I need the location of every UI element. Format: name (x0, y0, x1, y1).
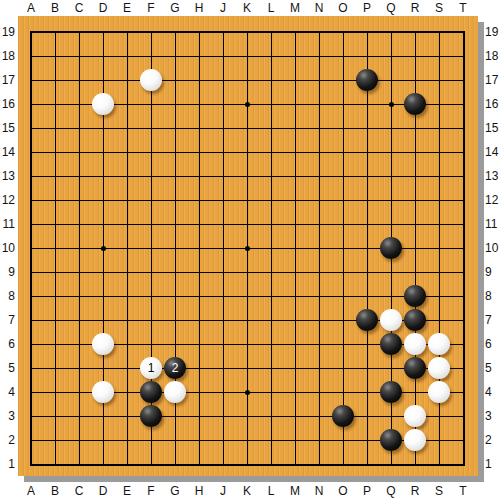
coordinate-label: 3 (0, 409, 15, 423)
black-stone[interactable] (140, 405, 162, 427)
coordinate-label: L (259, 1, 283, 15)
black-stone[interactable] (404, 357, 426, 379)
coordinate-label: A (19, 1, 43, 15)
coordinate-label: G (163, 1, 187, 15)
coordinate-label: 13 (485, 169, 500, 183)
white-stone[interactable] (404, 333, 426, 355)
coordinate-label: F (139, 484, 163, 498)
coordinate-label: 14 (0, 145, 15, 159)
white-stone[interactable] (140, 69, 162, 91)
coordinate-label: K (235, 484, 259, 498)
white-stone[interactable] (428, 381, 450, 403)
black-stone[interactable] (380, 381, 402, 403)
white-stone[interactable] (92, 333, 114, 355)
coordinate-label: 5 (0, 361, 15, 375)
coordinate-label: 14 (485, 145, 500, 159)
coordinate-label: 17 (0, 73, 15, 87)
white-stone[interactable]: 1 (140, 357, 162, 379)
white-stone[interactable] (92, 93, 114, 115)
coordinate-label: S (427, 1, 451, 15)
coordinate-label: C (67, 1, 91, 15)
coordinate-label: J (211, 1, 235, 15)
star-point (245, 246, 250, 251)
coordinate-label: 11 (0, 217, 15, 231)
black-stone[interactable] (404, 93, 426, 115)
move-number-label: 2 (172, 362, 179, 374)
coordinate-label: 12 (485, 193, 500, 207)
coordinate-label: 11 (485, 217, 500, 231)
coordinate-label: D (91, 1, 115, 15)
star-point (101, 246, 106, 251)
white-stone[interactable] (428, 333, 450, 355)
coordinate-label: 1 (485, 457, 500, 471)
coordinate-label: E (115, 484, 139, 498)
coordinate-label: 7 (0, 313, 15, 327)
star-point (389, 102, 394, 107)
coordinate-label: 4 (0, 385, 15, 399)
black-stone[interactable] (404, 309, 426, 331)
coordinate-label: F (139, 1, 163, 15)
coordinate-label: 15 (485, 121, 500, 135)
coordinate-label: M (283, 484, 307, 498)
coordinate-label: R (403, 1, 427, 15)
coordinate-label: 4 (485, 385, 500, 399)
coordinate-label: 8 (485, 289, 500, 303)
coordinate-label: 9 (485, 265, 500, 279)
coordinate-label: P (355, 1, 379, 15)
coordinate-label: 6 (0, 337, 15, 351)
star-point (245, 390, 250, 395)
star-point (245, 102, 250, 107)
coordinate-label: 18 (485, 49, 500, 63)
go-board[interactable]: 12 (18, 16, 478, 476)
coordinate-label: T (451, 1, 475, 15)
coordinate-label: C (67, 484, 91, 498)
coordinate-label: 16 (0, 97, 15, 111)
coordinate-label: 9 (0, 265, 15, 279)
move-number-label: 1 (148, 362, 155, 374)
black-stone[interactable] (356, 69, 378, 91)
coordinate-label: 17 (485, 73, 500, 87)
coordinate-label: 10 (485, 241, 500, 255)
coordinate-label: 2 (0, 433, 15, 447)
coordinate-label: O (331, 1, 355, 15)
white-stone[interactable] (164, 381, 186, 403)
coordinate-label: N (307, 484, 331, 498)
coordinate-label: T (451, 484, 475, 498)
coordinate-label: 8 (0, 289, 15, 303)
coordinate-label: H (187, 484, 211, 498)
coordinate-label: B (43, 484, 67, 498)
black-stone[interactable] (380, 333, 402, 355)
coordinate-label: 7 (485, 313, 500, 327)
coordinate-label: 19 (0, 25, 15, 39)
black-stone[interactable] (380, 237, 402, 259)
coordinate-label: 15 (0, 121, 15, 135)
coordinate-label: K (235, 1, 259, 15)
coordinate-label: M (283, 1, 307, 15)
coordinate-label: 19 (485, 25, 500, 39)
black-stone[interactable] (356, 309, 378, 331)
coordinate-label: 5 (485, 361, 500, 375)
coordinate-label: H (187, 1, 211, 15)
coordinate-label: Q (379, 484, 403, 498)
coordinate-label: 6 (485, 337, 500, 351)
white-stone[interactable] (428, 357, 450, 379)
black-stone[interactable] (332, 405, 354, 427)
coordinate-label: E (115, 1, 139, 15)
coordinate-label: 10 (0, 241, 15, 255)
coordinate-label: 16 (485, 97, 500, 111)
coordinate-label: 12 (0, 193, 15, 207)
coordinate-label: Q (379, 1, 403, 15)
black-stone[interactable] (140, 381, 162, 403)
coordinate-label: N (307, 1, 331, 15)
white-stone[interactable] (404, 405, 426, 427)
coordinate-label: O (331, 484, 355, 498)
coordinate-label: 1 (0, 457, 15, 471)
coordinate-label: 2 (485, 433, 500, 447)
black-stone[interactable] (404, 285, 426, 307)
coordinate-label: 18 (0, 49, 15, 63)
coordinate-label: S (427, 484, 451, 498)
black-stone[interactable]: 2 (164, 357, 186, 379)
go-board-page: ABCDEFGHJKLMNOPQRST ABCDEFGHJKLMNOPQRST … (0, 0, 500, 500)
white-stone[interactable] (404, 429, 426, 451)
white-stone[interactable] (92, 381, 114, 403)
coordinate-label: 3 (485, 409, 500, 423)
coordinate-label: B (43, 1, 67, 15)
black-stone[interactable] (380, 429, 402, 451)
coordinate-label: J (211, 484, 235, 498)
coordinate-label: R (403, 484, 427, 498)
white-stone[interactable] (380, 309, 402, 331)
coordinate-label: A (19, 484, 43, 498)
coordinate-label: D (91, 484, 115, 498)
coordinate-label: P (355, 484, 379, 498)
coordinate-label: L (259, 484, 283, 498)
coordinate-label: G (163, 484, 187, 498)
coordinate-label: 13 (0, 169, 15, 183)
